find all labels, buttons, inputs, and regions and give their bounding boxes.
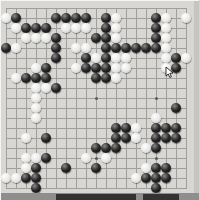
white-stone[interactable] bbox=[111, 53, 121, 63]
white-stone[interactable] bbox=[181, 13, 191, 23]
black-stone[interactable] bbox=[21, 173, 31, 183]
white-stone[interactable] bbox=[31, 103, 41, 113]
black-stone[interactable] bbox=[171, 103, 181, 113]
black-stone[interactable] bbox=[141, 43, 151, 53]
black-stone[interactable] bbox=[81, 53, 91, 63]
white-stone[interactable] bbox=[81, 153, 91, 163]
white-stone[interactable] bbox=[31, 63, 41, 73]
go-client-window bbox=[0, 0, 199, 200]
black-stone[interactable] bbox=[101, 53, 111, 63]
black-stone[interactable] bbox=[171, 53, 181, 63]
black-stone[interactable] bbox=[101, 43, 111, 53]
black-stone[interactable] bbox=[51, 83, 61, 93]
black-stone[interactable] bbox=[111, 123, 121, 133]
black-stone[interactable] bbox=[11, 13, 21, 23]
grid-line-vertical bbox=[186, 8, 187, 189]
white-stone[interactable] bbox=[101, 153, 111, 163]
white-stone[interactable] bbox=[21, 153, 31, 163]
black-stone[interactable] bbox=[141, 173, 151, 183]
white-stone[interactable] bbox=[151, 113, 161, 123]
black-stone[interactable] bbox=[151, 23, 161, 33]
black-stone[interactable] bbox=[151, 173, 161, 183]
black-stone[interactable] bbox=[91, 143, 101, 153]
black-stone[interactable] bbox=[151, 183, 161, 193]
white-stone[interactable] bbox=[21, 163, 31, 173]
grid-line-vertical bbox=[146, 8, 147, 189]
black-stone[interactable] bbox=[81, 63, 91, 73]
white-stone[interactable] bbox=[41, 33, 51, 43]
black-stone[interactable] bbox=[31, 23, 41, 33]
white-stone[interactable] bbox=[121, 63, 131, 73]
white-stone[interactable] bbox=[131, 123, 141, 133]
star-point bbox=[155, 97, 158, 100]
black-stone[interactable] bbox=[151, 133, 161, 143]
white-stone[interactable] bbox=[31, 83, 41, 93]
black-stone[interactable] bbox=[61, 163, 71, 173]
black-stone[interactable] bbox=[161, 173, 171, 183]
black-stone[interactable] bbox=[101, 73, 111, 83]
white-stone[interactable] bbox=[161, 43, 171, 53]
window-right-edge bbox=[194, 1, 199, 200]
white-stone[interactable] bbox=[111, 33, 121, 43]
black-stone[interactable] bbox=[51, 53, 61, 63]
black-stone[interactable] bbox=[51, 33, 61, 43]
black-stone[interactable] bbox=[151, 33, 161, 43]
white-stone[interactable] bbox=[131, 173, 141, 183]
white-stone[interactable] bbox=[111, 73, 121, 83]
white-stone[interactable] bbox=[1, 13, 11, 23]
white-stone[interactable] bbox=[21, 33, 31, 43]
white-stone[interactable] bbox=[61, 23, 71, 33]
white-stone[interactable] bbox=[131, 133, 141, 143]
black-stone[interactable] bbox=[21, 73, 31, 83]
white-stone[interactable] bbox=[161, 13, 171, 23]
black-stone[interactable] bbox=[111, 143, 121, 153]
black-stone[interactable] bbox=[121, 133, 131, 143]
black-stone[interactable] bbox=[91, 163, 101, 173]
white-stone[interactable] bbox=[81, 43, 91, 53]
white-stone[interactable] bbox=[111, 63, 121, 73]
black-stone[interactable] bbox=[31, 163, 41, 173]
go-board[interactable] bbox=[1, 1, 195, 194]
white-stone[interactable] bbox=[31, 113, 41, 123]
white-stone[interactable] bbox=[161, 23, 171, 33]
bottom-bar-segment bbox=[56, 194, 136, 200]
black-stone[interactable] bbox=[91, 33, 101, 43]
white-stone[interactable] bbox=[11, 73, 21, 83]
black-stone[interactable] bbox=[91, 63, 101, 73]
bottom-bar-segment bbox=[143, 194, 179, 200]
black-stone[interactable] bbox=[171, 63, 181, 73]
black-stone[interactable] bbox=[111, 43, 121, 53]
white-stone[interactable] bbox=[81, 23, 91, 33]
black-stone[interactable] bbox=[31, 73, 41, 83]
black-stone[interactable] bbox=[41, 23, 51, 33]
black-stone[interactable] bbox=[21, 23, 31, 33]
white-stone[interactable] bbox=[71, 23, 81, 33]
white-stone[interactable] bbox=[141, 143, 151, 153]
grid-line-vertical bbox=[126, 8, 127, 189]
black-stone[interactable] bbox=[101, 23, 111, 33]
black-stone[interactable] bbox=[51, 13, 61, 23]
white-stone[interactable] bbox=[161, 33, 171, 43]
black-stone[interactable] bbox=[151, 123, 161, 133]
black-stone[interactable] bbox=[41, 63, 51, 73]
white-stone[interactable] bbox=[31, 93, 41, 103]
white-stone[interactable] bbox=[71, 43, 81, 53]
black-stone[interactable] bbox=[71, 13, 81, 23]
white-stone[interactable] bbox=[11, 43, 21, 53]
black-stone[interactable] bbox=[171, 123, 181, 133]
black-stone[interactable] bbox=[151, 143, 161, 153]
black-stone[interactable] bbox=[101, 63, 111, 73]
white-stone[interactable] bbox=[161, 63, 171, 73]
black-stone[interactable] bbox=[121, 123, 131, 133]
black-stone[interactable] bbox=[81, 13, 91, 23]
window-bottom-bar bbox=[1, 193, 199, 200]
black-stone[interactable] bbox=[101, 13, 111, 23]
black-stone[interactable] bbox=[91, 73, 101, 83]
star-point bbox=[95, 97, 98, 100]
black-stone[interactable] bbox=[41, 73, 51, 83]
white-stone[interactable] bbox=[121, 53, 131, 63]
black-stone[interactable] bbox=[51, 43, 61, 53]
star-point bbox=[95, 157, 98, 160]
white-stone[interactable] bbox=[111, 13, 121, 23]
white-stone[interactable] bbox=[31, 33, 41, 43]
white-stone[interactable] bbox=[71, 63, 81, 73]
white-stone[interactable] bbox=[161, 53, 171, 63]
black-stone[interactable] bbox=[101, 33, 111, 43]
white-stone[interactable] bbox=[41, 83, 51, 93]
white-stone[interactable] bbox=[1, 173, 11, 183]
white-stone[interactable] bbox=[11, 173, 21, 183]
black-stone[interactable] bbox=[171, 133, 181, 143]
black-stone[interactable] bbox=[111, 133, 121, 143]
black-stone[interactable] bbox=[161, 163, 171, 173]
black-stone[interactable] bbox=[101, 143, 111, 153]
white-stone[interactable] bbox=[31, 153, 41, 163]
black-stone[interactable] bbox=[61, 13, 71, 23]
black-stone[interactable] bbox=[161, 123, 171, 133]
black-stone[interactable] bbox=[1, 43, 11, 53]
black-stone[interactable] bbox=[121, 43, 131, 53]
star-point bbox=[155, 157, 158, 160]
white-stone[interactable] bbox=[21, 133, 31, 143]
black-stone[interactable] bbox=[31, 173, 41, 183]
black-stone[interactable] bbox=[41, 153, 51, 163]
black-stone[interactable] bbox=[151, 163, 161, 173]
white-stone[interactable] bbox=[141, 163, 151, 173]
white-stone[interactable] bbox=[111, 23, 121, 33]
grid-line-vertical bbox=[136, 8, 137, 189]
grid-line-vertical bbox=[176, 8, 177, 189]
black-stone[interactable] bbox=[151, 43, 161, 53]
white-stone[interactable] bbox=[11, 23, 21, 33]
black-stone[interactable] bbox=[41, 133, 51, 143]
black-stone[interactable] bbox=[31, 183, 41, 193]
white-stone[interactable] bbox=[181, 53, 191, 63]
white-stone[interactable] bbox=[91, 53, 101, 63]
black-stone[interactable] bbox=[151, 13, 161, 23]
black-stone[interactable] bbox=[161, 133, 171, 143]
black-stone[interactable] bbox=[131, 43, 141, 53]
